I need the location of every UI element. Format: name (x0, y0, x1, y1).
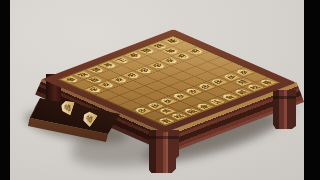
shogi-piece[interactable]: 歩 (183, 87, 202, 95)
shogi-piece[interactable]: 銀 (87, 66, 106, 74)
shogi-piece[interactable]: 飛 (86, 76, 105, 84)
shogi-piece[interactable]: 香 (61, 76, 80, 84)
shogi-piece[interactable]: 桂 (169, 112, 188, 120)
shogi-piece[interactable]: 歩 (136, 67, 155, 75)
shogi-piece[interactable]: 歩 (234, 68, 253, 76)
shogi-piece[interactable]: 角 (162, 47, 181, 55)
shogi-piece[interactable]: 玉 (207, 98, 226, 106)
letterbox-right (304, 0, 320, 180)
shogi-piece[interactable]: 歩 (187, 48, 206, 56)
shogi-piece[interactable]: 歩 (221, 73, 240, 81)
shogi-piece[interactable]: 角 (157, 107, 176, 115)
shogi-piece[interactable]: 歩 (170, 92, 189, 100)
shogi-piece[interactable]: 香 (257, 79, 276, 87)
shogi-piece[interactable]: 歩 (98, 81, 117, 89)
photo-stage: 歩歩 香桂銀金王金銀桂香飛角歩歩歩歩歩歩歩歩歩歩歩歩歩歩歩歩歩歩角飛香桂銀金玉金… (0, 0, 320, 180)
shogi-piece[interactable]: 香 (163, 37, 182, 45)
shogi-piece[interactable]: 歩 (110, 76, 129, 84)
shogi-piece[interactable]: 歩 (148, 62, 167, 70)
shogi-piece[interactable]: 桂 (150, 42, 169, 50)
shogi-piece[interactable]: 歩 (145, 102, 164, 110)
shogi-piece[interactable]: 歩 (132, 107, 151, 115)
board-leg-front (149, 130, 179, 173)
letterbox-left (0, 0, 10, 180)
shogi-piece[interactable]: 歩 (174, 52, 193, 60)
shogi-piece[interactable]: 金 (99, 61, 118, 69)
shogi-piece[interactable]: 銀 (138, 47, 157, 55)
shogi-piece[interactable]: 歩 (161, 57, 180, 65)
shogi-piece[interactable]: 銀 (181, 107, 200, 115)
shogi-piece[interactable]: 金 (219, 93, 238, 101)
shogi-piece[interactable]: 桂 (74, 71, 93, 79)
shogi-piece[interactable]: 金 (194, 103, 213, 111)
shogi-piece[interactable]: 飛 (233, 78, 252, 86)
shogi-piece[interactable]: 王 (112, 56, 131, 64)
shogi-piece[interactable]: 香 (156, 117, 175, 125)
shogi-piece[interactable]: 歩 (85, 86, 104, 94)
shogi-piece[interactable]: 金 (125, 52, 144, 60)
shogi-piece[interactable]: 歩 (158, 97, 177, 105)
shogi-piece[interactable]: 歩 (196, 83, 215, 91)
shogi-piece[interactable]: 銀 (232, 88, 251, 96)
shogi-piece[interactable]: 歩 (208, 78, 227, 86)
board-leg-right (273, 90, 296, 129)
shogi-piece[interactable]: 桂 (245, 83, 264, 91)
shogi-piece[interactable]: 歩 (123, 72, 142, 80)
